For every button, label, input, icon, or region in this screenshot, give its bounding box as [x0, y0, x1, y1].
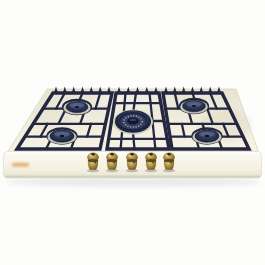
- brand-logo: [12, 163, 29, 167]
- unit-shadow: [6, 178, 260, 187]
- burner-front-right: [193, 130, 222, 144]
- wok-burner-center: [113, 110, 153, 135]
- gas-hob-illustration: [0, 0, 265, 265]
- product-photo: [0, 0, 265, 265]
- fascia-bottom-edge: [5, 176, 260, 178]
- burner-front-left: [48, 130, 77, 144]
- burner-back-right: [180, 100, 208, 114]
- burner-back-left: [64, 101, 91, 114]
